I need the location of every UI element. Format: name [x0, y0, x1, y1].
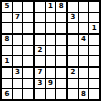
- cell-r8c7[interactable]: [68, 79, 78, 89]
- cell-r4c3[interactable]: [23, 35, 33, 45]
- cell-r7c8[interactable]: [79, 68, 89, 78]
- cell-r9c6[interactable]: [56, 89, 66, 99]
- cell-r4c5[interactable]: [46, 35, 56, 45]
- sudoku-box-0-2: 31: [68, 2, 99, 33]
- cell-r8c4: 3: [35, 79, 45, 89]
- cell-r8c3[interactable]: [23, 79, 33, 89]
- cell-r1c7[interactable]: [68, 2, 78, 12]
- cell-r7c2: 3: [13, 68, 23, 78]
- sudoku-box-2-1: 739: [35, 68, 66, 99]
- cell-r2c2: 7: [13, 13, 23, 23]
- cell-r3c4[interactable]: [35, 23, 45, 33]
- cell-r6c2[interactable]: [13, 56, 23, 66]
- sudoku-box-1-2: 4: [68, 35, 99, 66]
- cell-r4c8: 4: [79, 35, 89, 45]
- cell-r6c5[interactable]: [46, 56, 56, 66]
- cell-r2c1[interactable]: [2, 13, 12, 23]
- cell-r3c8[interactable]: [79, 23, 89, 33]
- cell-r1c1: 5: [2, 2, 12, 12]
- cell-r5c4: 2: [35, 46, 45, 56]
- cell-r2c7: 3: [68, 13, 78, 23]
- cell-r7c5[interactable]: [46, 68, 56, 78]
- cell-r5c3[interactable]: [23, 46, 33, 56]
- cell-r5c7[interactable]: [68, 46, 78, 56]
- sudoku-board: 57183181243673928: [0, 0, 101, 101]
- cell-r6c4[interactable]: [35, 56, 45, 66]
- sudoku-box-0-0: 57: [2, 2, 33, 33]
- cell-r6c1: 1: [2, 56, 12, 66]
- sudoku-box-1-1: 2: [35, 35, 66, 66]
- cell-r6c9[interactable]: [89, 56, 99, 66]
- cell-r5c2[interactable]: [13, 46, 23, 56]
- cell-r7c7: 2: [68, 68, 78, 78]
- cell-r2c5[interactable]: [46, 13, 56, 23]
- cell-r3c6[interactable]: [56, 23, 66, 33]
- cell-r1c9[interactable]: [89, 2, 99, 12]
- cell-r3c9: 1: [89, 23, 99, 33]
- cell-r5c8[interactable]: [79, 46, 89, 56]
- cell-r1c2[interactable]: [13, 2, 23, 12]
- cell-r7c9[interactable]: [89, 68, 99, 78]
- cell-r3c7[interactable]: [68, 23, 78, 33]
- cell-r2c6[interactable]: [56, 13, 66, 23]
- cell-r9c3[interactable]: [23, 89, 33, 99]
- cell-r9c2[interactable]: [13, 89, 23, 99]
- cell-r1c6: 8: [56, 2, 66, 12]
- cell-r9c4[interactable]: [35, 89, 45, 99]
- cell-r2c4[interactable]: [35, 13, 45, 23]
- cell-r4c9[interactable]: [89, 35, 99, 45]
- cell-r6c7[interactable]: [68, 56, 78, 66]
- cell-r4c4[interactable]: [35, 35, 45, 45]
- cell-r4c1: 8: [2, 35, 12, 45]
- cell-r7c4: 7: [35, 68, 45, 78]
- cell-r6c3[interactable]: [23, 56, 33, 66]
- cell-r5c1[interactable]: [2, 46, 12, 56]
- cell-r1c8[interactable]: [79, 2, 89, 12]
- cell-r3c3[interactable]: [23, 23, 33, 33]
- cell-r9c5[interactable]: [46, 89, 56, 99]
- cell-r3c2[interactable]: [13, 23, 23, 33]
- cell-r9c9[interactable]: [89, 89, 99, 99]
- cell-r7c6[interactable]: [56, 68, 66, 78]
- cell-r8c8[interactable]: [79, 79, 89, 89]
- cell-r4c6[interactable]: [56, 35, 66, 45]
- cell-r8c1[interactable]: [2, 79, 12, 89]
- cell-r8c6[interactable]: [56, 79, 66, 89]
- sudoku-box-1-0: 81: [2, 35, 33, 66]
- cell-r1c3[interactable]: [23, 2, 33, 12]
- cell-r7c1[interactable]: [2, 68, 12, 78]
- cell-r1c4[interactable]: [35, 2, 45, 12]
- cell-r3c5[interactable]: [46, 23, 56, 33]
- cell-r8c2[interactable]: [13, 79, 23, 89]
- cell-r2c9[interactable]: [89, 13, 99, 23]
- sudoku-box-2-2: 28: [68, 68, 99, 99]
- cell-r2c8[interactable]: [79, 13, 89, 23]
- cell-r7c3[interactable]: [23, 68, 33, 78]
- cell-r8c9[interactable]: [89, 79, 99, 89]
- sudoku-box-2-0: 36: [2, 68, 33, 99]
- cell-r9c1: 6: [2, 89, 12, 99]
- cell-r6c6[interactable]: [56, 56, 66, 66]
- sudoku-box-0-1: 18: [35, 2, 66, 33]
- cell-r2c3[interactable]: [23, 13, 33, 23]
- cell-r5c9[interactable]: [89, 46, 99, 56]
- cell-r5c6[interactable]: [56, 46, 66, 56]
- cell-r4c7[interactable]: [68, 35, 78, 45]
- cell-r9c7[interactable]: [68, 89, 78, 99]
- cell-r9c8: 8: [79, 89, 89, 99]
- cell-r3c1[interactable]: [2, 23, 12, 33]
- cell-r4c2[interactable]: [13, 35, 23, 45]
- cell-r6c8[interactable]: [79, 56, 89, 66]
- cell-r1c5: 1: [46, 2, 56, 12]
- cell-r5c5[interactable]: [46, 46, 56, 56]
- cell-r8c5: 9: [46, 79, 56, 89]
